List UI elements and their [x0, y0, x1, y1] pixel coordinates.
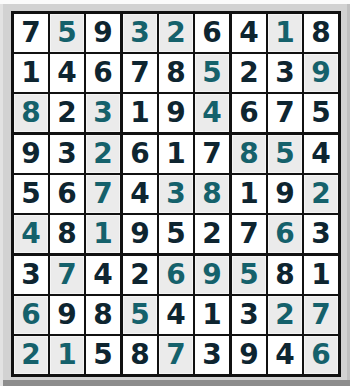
cell-r4c4[interactable]: 6	[123, 135, 157, 173]
cell-r4c8[interactable]: 5	[268, 135, 302, 173]
cell-r1c2[interactable]: 5	[50, 14, 84, 52]
sudoku-board: 7591468233267851944182396759325674816174…	[11, 11, 341, 377]
cell-r3c7[interactable]: 6	[232, 94, 266, 132]
cell-r1c4[interactable]: 3	[123, 14, 157, 52]
cell-r7c5[interactable]: 6	[159, 256, 193, 294]
cell-r9c3[interactable]: 5	[86, 336, 120, 374]
cell-r3c8[interactable]: 7	[268, 94, 302, 132]
cell-r3c1[interactable]: 8	[14, 94, 48, 132]
box-1: 759146823	[14, 14, 120, 132]
cell-r5c9[interactable]: 2	[304, 175, 338, 213]
cell-r7c1[interactable]: 3	[14, 256, 48, 294]
box-9: 581327946	[232, 256, 338, 374]
cell-r3c4[interactable]: 1	[123, 94, 157, 132]
cell-r9c5[interactable]: 7	[159, 336, 193, 374]
cell-r6c8[interactable]: 6	[268, 215, 302, 253]
cell-r8c1[interactable]: 6	[14, 296, 48, 334]
box-6: 854192763	[232, 135, 338, 253]
cell-r4c1[interactable]: 9	[14, 135, 48, 173]
cell-r1c5[interactable]: 2	[159, 14, 193, 52]
cell-r8c6[interactable]: 1	[195, 296, 229, 334]
cell-r9c7[interactable]: 9	[232, 336, 266, 374]
cell-r9c2[interactable]: 1	[50, 336, 84, 374]
cell-r8c7[interactable]: 3	[232, 296, 266, 334]
cell-r1c6[interactable]: 6	[195, 14, 229, 52]
cell-r8c5[interactable]: 4	[159, 296, 193, 334]
cell-r1c3[interactable]: 9	[86, 14, 120, 52]
cell-r9c1[interactable]: 2	[14, 336, 48, 374]
cell-r7c4[interactable]: 2	[123, 256, 157, 294]
cell-r3c3[interactable]: 3	[86, 94, 120, 132]
cell-r8c8[interactable]: 2	[268, 296, 302, 334]
cell-r6c9[interactable]: 3	[304, 215, 338, 253]
cell-r4c6[interactable]: 7	[195, 135, 229, 173]
cell-r7c2[interactable]: 7	[50, 256, 84, 294]
cell-r3c2[interactable]: 2	[50, 94, 84, 132]
cell-r4c7[interactable]: 8	[232, 135, 266, 173]
cell-r3c9[interactable]: 5	[304, 94, 338, 132]
cell-r6c6[interactable]: 2	[195, 215, 229, 253]
cell-r5c8[interactable]: 9	[268, 175, 302, 213]
cell-r4c5[interactable]: 1	[159, 135, 193, 173]
cell-r2c8[interactable]: 3	[268, 54, 302, 92]
cell-r3c6[interactable]: 4	[195, 94, 229, 132]
cell-r5c2[interactable]: 6	[50, 175, 84, 213]
cell-r2c6[interactable]: 5	[195, 54, 229, 92]
cell-r5c3[interactable]: 7	[86, 175, 120, 213]
cell-r5c6[interactable]: 8	[195, 175, 229, 213]
cell-r1c1[interactable]: 7	[14, 14, 48, 52]
cell-r6c7[interactable]: 7	[232, 215, 266, 253]
cell-r4c3[interactable]: 2	[86, 135, 120, 173]
cell-r6c4[interactable]: 9	[123, 215, 157, 253]
cell-r2c9[interactable]: 9	[304, 54, 338, 92]
cell-r6c5[interactable]: 5	[159, 215, 193, 253]
cell-r1c8[interactable]: 1	[268, 14, 302, 52]
box-5: 617438952	[123, 135, 229, 253]
cell-r4c2[interactable]: 3	[50, 135, 84, 173]
cell-r9c9[interactable]: 6	[304, 336, 338, 374]
box-8: 269541873	[123, 256, 229, 374]
cell-r2c4[interactable]: 7	[123, 54, 157, 92]
cell-r4c9[interactable]: 4	[304, 135, 338, 173]
cell-r8c4[interactable]: 5	[123, 296, 157, 334]
cell-r6c3[interactable]: 1	[86, 215, 120, 253]
box-4: 932567481	[14, 135, 120, 253]
cell-r8c3[interactable]: 8	[86, 296, 120, 334]
box-2: 326785194	[123, 14, 229, 132]
cell-r2c7[interactable]: 2	[232, 54, 266, 92]
cell-r9c6[interactable]: 3	[195, 336, 229, 374]
cell-r7c9[interactable]: 1	[304, 256, 338, 294]
cell-r5c7[interactable]: 1	[232, 175, 266, 213]
cell-r8c9[interactable]: 7	[304, 296, 338, 334]
cell-r5c4[interactable]: 4	[123, 175, 157, 213]
page-background: 7591468233267851944182396759325674816174…	[0, 0, 350, 386]
cell-r7c3[interactable]: 4	[86, 256, 120, 294]
cell-r6c2[interactable]: 8	[50, 215, 84, 253]
box-3: 418239675	[232, 14, 338, 132]
cell-r5c5[interactable]: 3	[159, 175, 193, 213]
cell-r5c1[interactable]: 5	[14, 175, 48, 213]
cell-r9c8[interactable]: 4	[268, 336, 302, 374]
cell-r1c7[interactable]: 4	[232, 14, 266, 52]
cell-r2c5[interactable]: 8	[159, 54, 193, 92]
box-7: 374698215	[14, 256, 120, 374]
cell-r3c5[interactable]: 9	[159, 94, 193, 132]
cell-r2c3[interactable]: 6	[86, 54, 120, 92]
cell-r9c4[interactable]: 8	[123, 336, 157, 374]
cell-r7c6[interactable]: 9	[195, 256, 229, 294]
cell-r2c1[interactable]: 1	[14, 54, 48, 92]
cell-r7c7[interactable]: 5	[232, 256, 266, 294]
cell-r2c2[interactable]: 4	[50, 54, 84, 92]
cell-r1c9[interactable]: 8	[304, 14, 338, 52]
cell-r8c2[interactable]: 9	[50, 296, 84, 334]
cell-r7c8[interactable]: 8	[268, 256, 302, 294]
cell-r6c1[interactable]: 4	[14, 215, 48, 253]
